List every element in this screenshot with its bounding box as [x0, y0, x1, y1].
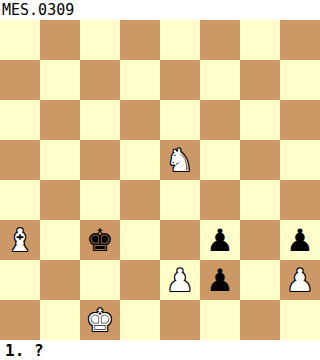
- square-c7[interactable]: [80, 60, 120, 100]
- square-g7[interactable]: [240, 60, 280, 100]
- black-pawn: ♟: [206, 220, 234, 260]
- black-pawn: ♟: [206, 260, 234, 300]
- square-f1[interactable]: [200, 300, 240, 340]
- square-c2[interactable]: [80, 260, 120, 300]
- square-h3[interactable]: ♟: [280, 220, 320, 260]
- square-a5[interactable]: [0, 140, 40, 180]
- square-c4[interactable]: [80, 180, 120, 220]
- square-f5[interactable]: [200, 140, 240, 180]
- square-a8[interactable]: [0, 20, 40, 60]
- square-g8[interactable]: [240, 20, 280, 60]
- square-a7[interactable]: [0, 60, 40, 100]
- square-b1[interactable]: [40, 300, 80, 340]
- square-g2[interactable]: [240, 260, 280, 300]
- square-e7[interactable]: [160, 60, 200, 100]
- square-f8[interactable]: [200, 20, 240, 60]
- square-e3[interactable]: [160, 220, 200, 260]
- square-d7[interactable]: [120, 60, 160, 100]
- square-h7[interactable]: [280, 60, 320, 100]
- square-a4[interactable]: [0, 180, 40, 220]
- square-c3[interactable]: ♚: [80, 220, 120, 260]
- square-d4[interactable]: [120, 180, 160, 220]
- square-c6[interactable]: [80, 100, 120, 140]
- square-d3[interactable]: [120, 220, 160, 260]
- puzzle-title: MES.0309: [0, 0, 320, 20]
- square-g3[interactable]: [240, 220, 280, 260]
- square-d6[interactable]: [120, 100, 160, 140]
- square-a2[interactable]: [0, 260, 40, 300]
- square-b4[interactable]: [40, 180, 80, 220]
- square-e5[interactable]: ♞: [160, 140, 200, 180]
- square-b7[interactable]: [40, 60, 80, 100]
- square-b8[interactable]: [40, 20, 80, 60]
- square-b3[interactable]: [40, 220, 80, 260]
- white-king: ♚: [86, 300, 114, 340]
- square-f4[interactable]: [200, 180, 240, 220]
- square-g4[interactable]: [240, 180, 280, 220]
- square-h8[interactable]: [280, 20, 320, 60]
- move-prompt: 1. ?: [0, 340, 320, 360]
- square-f3[interactable]: ♟: [200, 220, 240, 260]
- chess-board: ♞♝♚♟♟♟♟♟♚: [0, 20, 320, 340]
- black-king: ♚: [86, 220, 114, 260]
- square-c8[interactable]: [80, 20, 120, 60]
- square-g6[interactable]: [240, 100, 280, 140]
- square-d8[interactable]: [120, 20, 160, 60]
- square-d2[interactable]: [120, 260, 160, 300]
- white-pawn: ♟: [166, 260, 194, 300]
- white-pawn: ♟: [286, 260, 314, 300]
- square-e1[interactable]: [160, 300, 200, 340]
- square-f7[interactable]: [200, 60, 240, 100]
- chess-diagram: MES.0309 ♞♝♚♟♟♟♟♟♚ 1. ?: [0, 0, 320, 360]
- square-h6[interactable]: [280, 100, 320, 140]
- square-c1[interactable]: ♚: [80, 300, 120, 340]
- square-f2[interactable]: ♟: [200, 260, 240, 300]
- square-h5[interactable]: [280, 140, 320, 180]
- white-knight: ♞: [166, 140, 194, 180]
- white-bishop: ♝: [6, 220, 34, 260]
- square-h2[interactable]: ♟: [280, 260, 320, 300]
- square-e8[interactable]: [160, 20, 200, 60]
- square-e6[interactable]: [160, 100, 200, 140]
- square-a6[interactable]: [0, 100, 40, 140]
- square-d5[interactable]: [120, 140, 160, 180]
- square-g1[interactable]: [240, 300, 280, 340]
- square-b2[interactable]: [40, 260, 80, 300]
- square-e2[interactable]: ♟: [160, 260, 200, 300]
- square-c5[interactable]: [80, 140, 120, 180]
- square-f6[interactable]: [200, 100, 240, 140]
- square-h1[interactable]: [280, 300, 320, 340]
- square-d1[interactable]: [120, 300, 160, 340]
- square-b5[interactable]: [40, 140, 80, 180]
- square-e4[interactable]: [160, 180, 200, 220]
- square-b6[interactable]: [40, 100, 80, 140]
- square-a1[interactable]: [0, 300, 40, 340]
- square-a3[interactable]: ♝: [0, 220, 40, 260]
- black-pawn: ♟: [286, 220, 314, 260]
- square-g5[interactable]: [240, 140, 280, 180]
- square-h4[interactable]: [280, 180, 320, 220]
